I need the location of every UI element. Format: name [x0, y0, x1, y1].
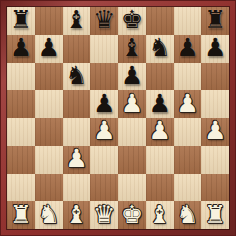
square-a3[interactable] [7, 146, 35, 174]
square-g4[interactable] [174, 118, 202, 146]
black-pawn: ♟ [37, 35, 59, 60]
square-b4[interactable] [35, 118, 63, 146]
square-b7[interactable]: ♟ [35, 35, 63, 63]
square-g3[interactable] [174, 146, 202, 174]
black-knight: ♞ [148, 35, 170, 60]
square-g6[interactable] [174, 63, 202, 91]
white-bishop: ♝ [65, 202, 87, 227]
white-knight: ♞ [176, 202, 198, 227]
black-pawn: ♟ [148, 91, 170, 116]
square-c6[interactable]: ♞ [63, 63, 91, 91]
black-pawn: ♟ [121, 63, 143, 88]
black-bishop: ♝ [121, 35, 143, 60]
square-e6[interactable]: ♟ [118, 63, 146, 91]
square-g7[interactable]: ♟ [174, 35, 202, 63]
white-pawn: ♟ [121, 91, 143, 116]
square-f2[interactable] [146, 174, 174, 202]
square-c7[interactable] [63, 35, 91, 63]
square-g2[interactable] [174, 174, 202, 202]
white-pawn: ♟ [176, 91, 198, 116]
chess-board: ♜♝♛♚♜♟♟♝♞♟♟♞♟♟♟♟♟♟♟♟♟♜♞♝♛♚♝♞♜ [7, 7, 229, 229]
black-rook: ♜ [10, 7, 32, 32]
square-d6[interactable] [90, 63, 118, 91]
square-b6[interactable] [35, 63, 63, 91]
white-pawn: ♟ [148, 118, 170, 143]
square-h1[interactable]: ♜ [201, 201, 229, 229]
square-e8[interactable]: ♚ [118, 7, 146, 35]
square-h8[interactable]: ♜ [201, 7, 229, 35]
square-h4[interactable]: ♟ [201, 118, 229, 146]
square-g1[interactable]: ♞ [174, 201, 202, 229]
white-pawn: ♟ [204, 118, 226, 143]
square-d1[interactable]: ♛ [90, 201, 118, 229]
square-g5[interactable]: ♟ [174, 90, 202, 118]
white-bishop: ♝ [148, 202, 170, 227]
black-bishop: ♝ [65, 7, 87, 32]
white-rook: ♜ [10, 202, 32, 227]
square-h2[interactable] [201, 174, 229, 202]
square-a5[interactable] [7, 90, 35, 118]
white-queen: ♛ [93, 202, 115, 227]
square-e2[interactable] [118, 174, 146, 202]
square-a4[interactable] [7, 118, 35, 146]
square-d8[interactable]: ♛ [90, 7, 118, 35]
black-knight: ♞ [65, 63, 87, 88]
square-b1[interactable]: ♞ [35, 201, 63, 229]
square-d3[interactable] [90, 146, 118, 174]
square-b8[interactable] [35, 7, 63, 35]
square-h5[interactable] [201, 90, 229, 118]
black-pawn: ♟ [204, 35, 226, 60]
square-b2[interactable] [35, 174, 63, 202]
black-pawn: ♟ [176, 35, 198, 60]
white-rook: ♜ [204, 202, 226, 227]
square-h7[interactable]: ♟ [201, 35, 229, 63]
square-f6[interactable] [146, 63, 174, 91]
square-a8[interactable]: ♜ [7, 7, 35, 35]
square-c5[interactable] [63, 90, 91, 118]
square-h6[interactable] [201, 63, 229, 91]
square-f7[interactable]: ♞ [146, 35, 174, 63]
square-d7[interactable] [90, 35, 118, 63]
white-knight: ♞ [37, 202, 59, 227]
square-h3[interactable] [201, 146, 229, 174]
square-f8[interactable] [146, 7, 174, 35]
square-f1[interactable]: ♝ [146, 201, 174, 229]
square-f4[interactable]: ♟ [146, 118, 174, 146]
white-king: ♚ [121, 202, 143, 227]
square-e1[interactable]: ♚ [118, 201, 146, 229]
square-g8[interactable] [174, 7, 202, 35]
square-a7[interactable]: ♟ [7, 35, 35, 63]
square-a2[interactable] [7, 174, 35, 202]
square-b3[interactable] [35, 146, 63, 174]
square-c3[interactable]: ♟ [63, 146, 91, 174]
black-pawn: ♟ [10, 35, 32, 60]
black-pawn: ♟ [93, 91, 115, 116]
square-a1[interactable]: ♜ [7, 201, 35, 229]
white-pawn: ♟ [65, 146, 87, 171]
square-c8[interactable]: ♝ [63, 7, 91, 35]
square-e5[interactable]: ♟ [118, 90, 146, 118]
square-e4[interactable] [118, 118, 146, 146]
square-c1[interactable]: ♝ [63, 201, 91, 229]
square-c4[interactable] [63, 118, 91, 146]
black-rook: ♜ [204, 7, 226, 32]
square-c2[interactable] [63, 174, 91, 202]
board-frame: ♜♝♛♚♜♟♟♝♞♟♟♞♟♟♟♟♟♟♟♟♟♜♞♝♛♚♝♞♜ [0, 0, 236, 236]
square-e7[interactable]: ♝ [118, 35, 146, 63]
square-a6[interactable] [7, 63, 35, 91]
square-f5[interactable]: ♟ [146, 90, 174, 118]
white-pawn: ♟ [93, 118, 115, 143]
square-f3[interactable] [146, 146, 174, 174]
square-d5[interactable]: ♟ [90, 90, 118, 118]
black-king: ♚ [121, 7, 143, 32]
square-d4[interactable]: ♟ [90, 118, 118, 146]
square-d2[interactable] [90, 174, 118, 202]
square-b5[interactable] [35, 90, 63, 118]
black-queen: ♛ [93, 7, 115, 32]
square-e3[interactable] [118, 146, 146, 174]
